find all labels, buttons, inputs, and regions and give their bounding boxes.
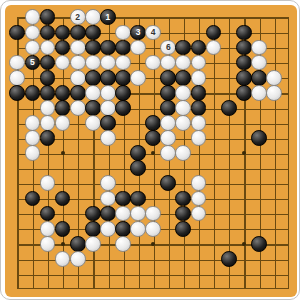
white-stone: [40, 175, 56, 191]
black-stone: [191, 40, 207, 56]
white-stone: [130, 221, 146, 237]
black-stone: [25, 191, 41, 207]
white-stone: [251, 40, 267, 56]
black-stone: [55, 40, 71, 56]
black-stone: [55, 191, 71, 207]
white-stone: [85, 55, 101, 71]
black-stone-move-3: 3: [130, 25, 146, 41]
black-stone: [251, 130, 267, 146]
white-stone: [100, 221, 116, 237]
black-stone: [115, 70, 131, 86]
white-stone: [55, 115, 71, 131]
black-stone: [100, 115, 116, 131]
black-stone: [115, 40, 131, 56]
black-stone: [115, 191, 131, 207]
black-stone: [115, 221, 131, 237]
black-stone: [70, 25, 86, 41]
black-stone: [160, 85, 176, 101]
black-stone: [130, 145, 146, 161]
white-stone: [251, 55, 267, 71]
white-stone: [70, 70, 86, 86]
move-number-label: 6: [166, 43, 171, 52]
hoshi-point: [61, 151, 65, 155]
black-stone: [251, 236, 267, 252]
black-stone: [40, 70, 56, 86]
black-stone-move-5: 5: [25, 55, 41, 71]
black-stone: [70, 236, 86, 252]
white-stone: [9, 70, 25, 86]
white-stone: [40, 236, 56, 252]
black-stone: [236, 25, 252, 41]
white-stone: [70, 40, 86, 56]
black-stone: [100, 40, 116, 56]
hoshi-point: [242, 151, 246, 155]
black-stone: [175, 40, 191, 56]
white-stone: [191, 175, 207, 191]
white-stone: [40, 221, 56, 237]
black-stone: [85, 70, 101, 86]
black-stone: [236, 55, 252, 71]
black-stone: [236, 70, 252, 86]
black-stone: [236, 85, 252, 101]
black-stone: [206, 25, 222, 41]
white-stone: [70, 55, 86, 71]
black-stone: [85, 206, 101, 222]
white-stone: [100, 191, 116, 207]
move-number-label: 2: [75, 13, 80, 22]
black-stone: [25, 85, 41, 101]
black-stone: [130, 191, 146, 207]
black-stone: [40, 55, 56, 71]
black-stone: [85, 100, 101, 116]
white-stone: [191, 115, 207, 131]
white-stone: [100, 130, 116, 146]
white-stone: [25, 40, 41, 56]
go-diagram-frame: 213465: [0, 0, 300, 300]
black-stone: [55, 85, 71, 101]
white-stone: [100, 100, 116, 116]
white-stone: [130, 206, 146, 222]
black-stone: [40, 25, 56, 41]
black-stone: [40, 85, 56, 101]
white-stone-move-2: 2: [70, 9, 86, 25]
black-stone-move-1: 1: [100, 9, 116, 25]
white-stone: [25, 130, 41, 146]
white-stone: [85, 236, 101, 252]
white-stone: [145, 221, 161, 237]
white-stone: [70, 100, 86, 116]
white-stone: [191, 206, 207, 222]
black-stone: [191, 85, 207, 101]
white-stone: [191, 70, 207, 86]
white-stone: [40, 115, 56, 131]
black-stone: [70, 85, 86, 101]
white-stone: [40, 40, 56, 56]
black-stone: [40, 206, 56, 222]
black-stone: [100, 70, 116, 86]
black-stone: [115, 100, 131, 116]
white-stone: [25, 25, 41, 41]
black-stone: [85, 40, 101, 56]
white-stone: [100, 55, 116, 71]
white-stone: [130, 70, 146, 86]
white-stone: [145, 55, 161, 71]
white-stone: [175, 100, 191, 116]
hoshi-point: [61, 242, 65, 246]
white-stone: [115, 25, 131, 41]
black-stone: [130, 160, 146, 176]
white-stone: [85, 115, 101, 131]
white-stone: [175, 115, 191, 131]
white-stone: [191, 55, 207, 71]
move-number-label: 3: [136, 28, 141, 37]
white-stone: [55, 251, 71, 267]
black-stone: [221, 100, 237, 116]
white-stone: [266, 70, 282, 86]
white-stone: [55, 55, 71, 71]
black-stone: [160, 175, 176, 191]
white-stone: [85, 85, 101, 101]
black-stone: [175, 191, 191, 207]
black-stone: [236, 40, 252, 56]
black-stone: [175, 70, 191, 86]
white-stone: [175, 85, 191, 101]
move-number-label: 4: [151, 28, 156, 37]
white-stone: [25, 115, 41, 131]
black-stone: [251, 70, 267, 86]
white-stone: [160, 115, 176, 131]
black-stone: [115, 85, 131, 101]
black-stone: [160, 100, 176, 116]
black-stone: [175, 206, 191, 222]
white-stone: [100, 175, 116, 191]
white-stone: [160, 145, 176, 161]
white-stone: [115, 55, 131, 71]
white-stone: [130, 40, 146, 56]
white-stone: [115, 236, 131, 252]
white-stone: [25, 9, 41, 25]
hoshi-point: [151, 242, 155, 246]
white-stone: [115, 206, 131, 222]
black-stone: [55, 25, 71, 41]
black-stone: [85, 25, 101, 41]
black-stone: [85, 221, 101, 237]
white-stone: [70, 251, 86, 267]
white-stone: [85, 9, 101, 25]
white-stone: [191, 191, 207, 207]
white-stone: [175, 55, 191, 71]
hoshi-point: [151, 151, 155, 155]
white-stone-move-6: 6: [160, 40, 176, 56]
black-stone: [145, 130, 161, 146]
white-stone: [175, 145, 191, 161]
move-number-label: 1: [106, 13, 111, 22]
hoshi-point: [242, 242, 246, 246]
black-stone: [55, 221, 71, 237]
move-number-label: 5: [30, 58, 35, 67]
black-stone: [160, 70, 176, 86]
white-stone: [160, 55, 176, 71]
white-stone: [206, 40, 222, 56]
black-stone: [175, 221, 191, 237]
black-stone: [40, 9, 56, 25]
white-stone: [191, 130, 207, 146]
black-stone: [9, 25, 25, 41]
black-stone: [40, 130, 56, 146]
black-stone: [221, 251, 237, 267]
white-stone: [25, 145, 41, 161]
black-stone: [55, 100, 71, 116]
black-stone: [145, 115, 161, 131]
white-stone: [145, 206, 161, 222]
white-stone: [160, 130, 176, 146]
black-stone: [9, 85, 25, 101]
white-stone: [40, 100, 56, 116]
black-stone: [191, 100, 207, 116]
white-stone: [266, 85, 282, 101]
white-stone: [9, 55, 25, 71]
white-stone-move-4: 4: [145, 25, 161, 41]
white-stone: [100, 85, 116, 101]
go-board[interactable]: 213465: [5, 5, 297, 297]
go-board-grid[interactable]: 213465: [10, 10, 297, 297]
black-stone: [100, 206, 116, 222]
white-stone: [251, 85, 267, 101]
